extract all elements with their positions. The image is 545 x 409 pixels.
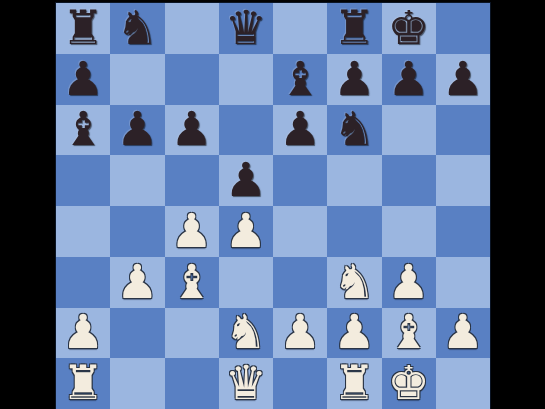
white-pawn-piece: ♟ [388, 258, 430, 305]
square-d6[interactable] [219, 105, 273, 156]
square-d5[interactable]: ♟ [219, 155, 273, 206]
square-e8[interactable] [273, 3, 327, 54]
square-g1[interactable]: ♚ [382, 358, 436, 409]
black-knight-piece: ♞ [116, 4, 158, 51]
square-h1[interactable] [436, 358, 490, 409]
square-c5[interactable] [165, 155, 219, 206]
square-h6[interactable] [436, 105, 490, 156]
square-h2[interactable]: ♟ [436, 308, 490, 359]
white-pawn-piece: ♟ [225, 207, 267, 254]
square-g8[interactable]: ♚ [382, 3, 436, 54]
square-f4[interactable] [327, 206, 381, 257]
video-frame: ♜♞♛♜♚♟♝♟♟♟♝♟♟♟♞♟♟♟♟♝♞♟♟♞♟♟♝♟♜♛♜♚ [0, 0, 545, 409]
white-rook-piece: ♜ [333, 359, 375, 406]
square-a3[interactable] [56, 257, 110, 308]
white-king-piece: ♚ [388, 359, 430, 406]
black-pawn-piece: ♟ [225, 156, 267, 203]
square-a1[interactable]: ♜ [56, 358, 110, 409]
black-bishop-piece: ♝ [279, 55, 321, 102]
square-e5[interactable] [273, 155, 327, 206]
square-b7[interactable] [110, 54, 164, 105]
square-b2[interactable] [110, 308, 164, 359]
square-e4[interactable] [273, 206, 327, 257]
black-rook-piece: ♜ [62, 4, 104, 51]
square-e2[interactable]: ♟ [273, 308, 327, 359]
square-a5[interactable] [56, 155, 110, 206]
square-h4[interactable] [436, 206, 490, 257]
black-king-piece: ♚ [388, 4, 430, 51]
square-e6[interactable]: ♟ [273, 105, 327, 156]
square-d7[interactable] [219, 54, 273, 105]
white-bishop-piece: ♝ [171, 258, 213, 305]
black-queen-piece: ♛ [225, 4, 267, 51]
square-f7[interactable]: ♟ [327, 54, 381, 105]
square-c2[interactable] [165, 308, 219, 359]
black-pawn-piece: ♟ [388, 55, 430, 102]
black-pawn-piece: ♟ [116, 105, 158, 152]
white-pawn-piece: ♟ [62, 308, 104, 355]
black-pawn-piece: ♟ [279, 105, 321, 152]
white-knight-piece: ♞ [225, 308, 267, 355]
square-g2[interactable]: ♝ [382, 308, 436, 359]
white-pawn-piece: ♟ [279, 308, 321, 355]
square-h3[interactable] [436, 257, 490, 308]
square-g6[interactable] [382, 105, 436, 156]
square-d2[interactable]: ♞ [219, 308, 273, 359]
white-queen-piece: ♛ [225, 359, 267, 406]
square-e3[interactable] [273, 257, 327, 308]
white-knight-piece: ♞ [333, 258, 375, 305]
square-a7[interactable]: ♟ [56, 54, 110, 105]
square-b1[interactable] [110, 358, 164, 409]
square-b3[interactable]: ♟ [110, 257, 164, 308]
square-f1[interactable]: ♜ [327, 358, 381, 409]
chess-board: ♜♞♛♜♚♟♝♟♟♟♝♟♟♟♞♟♟♟♟♝♞♟♟♞♟♟♝♟♜♛♜♚ [56, 3, 490, 409]
square-f5[interactable] [327, 155, 381, 206]
square-b8[interactable]: ♞ [110, 3, 164, 54]
square-a8[interactable]: ♜ [56, 3, 110, 54]
square-f6[interactable]: ♞ [327, 105, 381, 156]
square-a2[interactable]: ♟ [56, 308, 110, 359]
white-pawn-piece: ♟ [116, 258, 158, 305]
square-c3[interactable]: ♝ [165, 257, 219, 308]
square-d1[interactable]: ♛ [219, 358, 273, 409]
square-c4[interactable]: ♟ [165, 206, 219, 257]
square-h7[interactable]: ♟ [436, 54, 490, 105]
square-g3[interactable]: ♟ [382, 257, 436, 308]
white-pawn-piece: ♟ [171, 207, 213, 254]
square-b6[interactable]: ♟ [110, 105, 164, 156]
square-c6[interactable]: ♟ [165, 105, 219, 156]
square-e1[interactable] [273, 358, 327, 409]
square-h5[interactable] [436, 155, 490, 206]
square-d4[interactable]: ♟ [219, 206, 273, 257]
black-bishop-piece: ♝ [62, 105, 104, 152]
square-f3[interactable]: ♞ [327, 257, 381, 308]
square-c7[interactable] [165, 54, 219, 105]
square-h8[interactable] [436, 3, 490, 54]
square-b5[interactable] [110, 155, 164, 206]
black-rook-piece: ♜ [333, 4, 375, 51]
black-pawn-piece: ♟ [442, 55, 484, 102]
white-pawn-piece: ♟ [442, 308, 484, 355]
square-b4[interactable] [110, 206, 164, 257]
black-pawn-piece: ♟ [171, 105, 213, 152]
square-f8[interactable]: ♜ [327, 3, 381, 54]
black-knight-piece: ♞ [333, 105, 375, 152]
right-letterbox-bar [490, 0, 545, 409]
white-rook-piece: ♜ [62, 359, 104, 406]
square-d3[interactable] [219, 257, 273, 308]
white-bishop-piece: ♝ [388, 308, 430, 355]
square-c8[interactable] [165, 3, 219, 54]
square-d8[interactable]: ♛ [219, 3, 273, 54]
square-g7[interactable]: ♟ [382, 54, 436, 105]
white-pawn-piece: ♟ [333, 308, 375, 355]
square-g5[interactable] [382, 155, 436, 206]
square-e7[interactable]: ♝ [273, 54, 327, 105]
square-g4[interactable] [382, 206, 436, 257]
square-f2[interactable]: ♟ [327, 308, 381, 359]
square-a4[interactable] [56, 206, 110, 257]
left-letterbox-bar [0, 0, 56, 409]
square-a6[interactable]: ♝ [56, 105, 110, 156]
black-pawn-piece: ♟ [62, 55, 104, 102]
black-pawn-piece: ♟ [333, 55, 375, 102]
square-c1[interactable] [165, 358, 219, 409]
